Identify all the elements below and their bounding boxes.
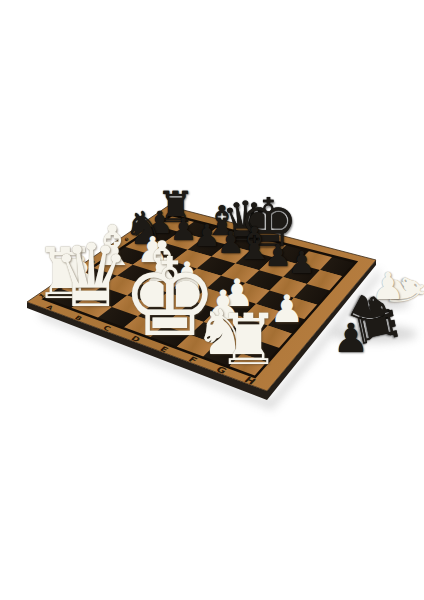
captured-black-pawn[interactable]: ♟ [333, 318, 369, 358]
photo-scene: ABCDEFGH12345678 ♜♟♝♟♛♞♟♚♟♝♟♝♟♟♝♟♟♞♜♟♟♛♞… [0, 0, 424, 600]
piece-black-pawn-g7[interactable]: ♟ [288, 247, 315, 278]
white-rook-icon: ♜ [217, 299, 280, 380]
black-pawn-icon: ♟ [288, 244, 315, 279]
black-pawn-icon: ♟ [333, 315, 369, 361]
piece-white-rook-h1[interactable]: ♜ [217, 305, 280, 375]
piece-white-queen-b1[interactable]: ♛ [52, 233, 130, 320]
white-queen-icon: ♛ [52, 225, 130, 327]
